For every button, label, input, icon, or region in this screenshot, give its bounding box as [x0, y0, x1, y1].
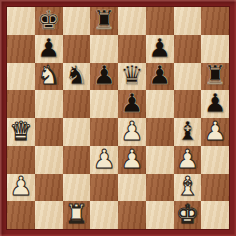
- square-d6[interactable]: ♟: [90, 63, 118, 91]
- square-g1[interactable]: ♚: [174, 201, 202, 229]
- square-d7[interactable]: [90, 35, 118, 63]
- square-d1[interactable]: [90, 201, 118, 229]
- square-g2[interactable]: ♝: [174, 174, 202, 202]
- square-f6[interactable]: ♟: [146, 63, 174, 91]
- square-b3[interactable]: [35, 146, 63, 174]
- black-knight: ♞: [65, 63, 88, 89]
- black-rook: ♜: [92, 7, 115, 33]
- square-h6[interactable]: ♜: [201, 63, 229, 91]
- square-f7[interactable]: ♟: [146, 35, 174, 63]
- square-d8[interactable]: ♜: [90, 7, 118, 35]
- black-queen: ♛: [120, 63, 143, 89]
- square-g6[interactable]: [174, 63, 202, 91]
- square-h1[interactable]: [201, 201, 229, 229]
- black-pawn: ♟: [148, 63, 171, 89]
- square-e3[interactable]: ♟: [118, 146, 146, 174]
- square-a3[interactable]: [7, 146, 35, 174]
- square-g8[interactable]: [174, 7, 202, 35]
- white-pawn: ♟: [9, 174, 32, 200]
- white-pawn: ♟: [176, 146, 199, 172]
- square-g5[interactable]: [174, 90, 202, 118]
- square-c2[interactable]: [63, 174, 91, 202]
- square-d3[interactable]: ♟: [90, 146, 118, 174]
- square-a1[interactable]: [7, 201, 35, 229]
- board-frame: ♚♜♟♟♞♞♟♛♟♜♟♟♛♟♝♟♟♟♟♟♝♜♚: [0, 0, 236, 236]
- square-h4[interactable]: ♟: [201, 118, 229, 146]
- black-pawn: ♟: [92, 63, 115, 89]
- square-h3[interactable]: [201, 146, 229, 174]
- square-e2[interactable]: [118, 174, 146, 202]
- square-f1[interactable]: [146, 201, 174, 229]
- square-h7[interactable]: [201, 35, 229, 63]
- square-b1[interactable]: [35, 201, 63, 229]
- square-b6[interactable]: ♞: [35, 63, 63, 91]
- square-c5[interactable]: [63, 90, 91, 118]
- white-rook: ♜: [65, 201, 88, 227]
- square-a7[interactable]: [7, 35, 35, 63]
- chess-board: ♚♜♟♟♞♞♟♛♟♜♟♟♛♟♝♟♟♟♟♟♝♜♚: [7, 7, 229, 229]
- black-rook: ♜: [203, 63, 226, 89]
- square-f5[interactable]: [146, 90, 174, 118]
- square-h5[interactable]: ♟: [201, 90, 229, 118]
- square-c3[interactable]: [63, 146, 91, 174]
- square-c8[interactable]: [63, 7, 91, 35]
- square-e6[interactable]: ♛: [118, 63, 146, 91]
- square-b8[interactable]: ♚: [35, 7, 63, 35]
- square-g7[interactable]: [174, 35, 202, 63]
- square-e5[interactable]: ♟: [118, 90, 146, 118]
- square-h8[interactable]: [201, 7, 229, 35]
- square-f3[interactable]: [146, 146, 174, 174]
- square-e7[interactable]: [118, 35, 146, 63]
- white-bishop: ♝: [176, 174, 199, 200]
- square-f4[interactable]: [146, 118, 174, 146]
- square-b2[interactable]: [35, 174, 63, 202]
- square-e4[interactable]: ♟: [118, 118, 146, 146]
- square-c6[interactable]: ♞: [63, 63, 91, 91]
- square-e1[interactable]: [118, 201, 146, 229]
- square-g3[interactable]: ♟: [174, 146, 202, 174]
- white-pawn: ♟: [120, 118, 143, 144]
- square-a2[interactable]: ♟: [7, 174, 35, 202]
- black-pawn: ♟: [148, 35, 171, 61]
- square-a6[interactable]: [7, 63, 35, 91]
- square-c7[interactable]: [63, 35, 91, 63]
- square-e8[interactable]: [118, 7, 146, 35]
- square-h2[interactable]: [201, 174, 229, 202]
- square-f2[interactable]: [146, 174, 174, 202]
- square-c1[interactable]: ♜: [63, 201, 91, 229]
- square-a5[interactable]: [7, 90, 35, 118]
- white-pawn: ♟: [203, 118, 226, 144]
- square-a8[interactable]: [7, 7, 35, 35]
- square-a4[interactable]: ♛: [7, 118, 35, 146]
- square-d5[interactable]: [90, 90, 118, 118]
- square-b5[interactable]: [35, 90, 63, 118]
- square-d2[interactable]: [90, 174, 118, 202]
- square-d4[interactable]: [90, 118, 118, 146]
- square-f8[interactable]: [146, 7, 174, 35]
- black-pawn: ♟: [120, 90, 143, 116]
- black-king: ♚: [37, 7, 60, 33]
- square-g4[interactable]: ♝: [174, 118, 202, 146]
- square-b4[interactable]: [35, 118, 63, 146]
- black-pawn: ♟: [37, 35, 60, 61]
- square-c4[interactable]: [63, 118, 91, 146]
- white-pawn: ♟: [92, 146, 115, 172]
- black-bishop: ♝: [176, 118, 199, 144]
- white-knight: ♞: [37, 63, 60, 89]
- black-pawn: ♟: [203, 90, 226, 116]
- white-queen: ♛: [9, 118, 32, 144]
- white-king: ♚: [176, 201, 199, 227]
- white-pawn: ♟: [120, 146, 143, 172]
- square-b7[interactable]: ♟: [35, 35, 63, 63]
